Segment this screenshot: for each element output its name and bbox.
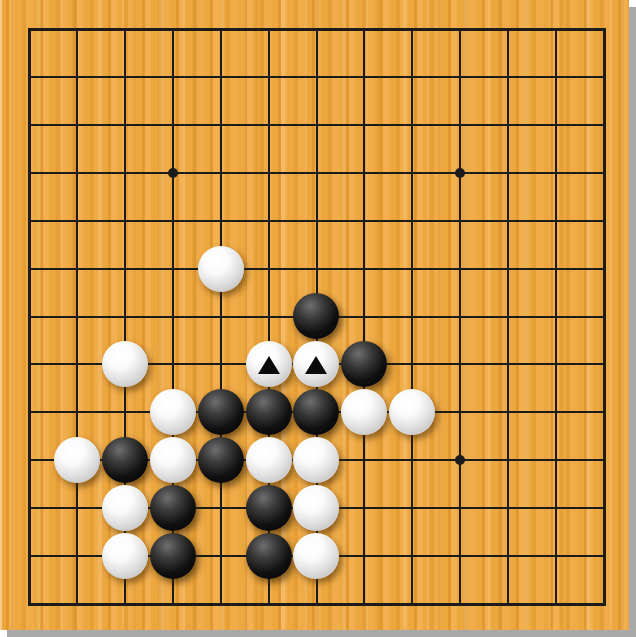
black-stone: [246, 533, 292, 579]
triangle-marker: [258, 356, 280, 374]
white-stone: [293, 533, 339, 579]
black-stone: [246, 485, 292, 531]
white-stone: [293, 437, 339, 483]
white-stone: [293, 485, 339, 531]
stones-layer: [5, 5, 628, 628]
white-stone: [102, 533, 148, 579]
black-stone: [246, 389, 292, 435]
white-stone: [341, 389, 387, 435]
black-stone: [198, 389, 244, 435]
black-stone: [150, 485, 196, 531]
black-stone: [102, 437, 148, 483]
white-stone: [150, 437, 196, 483]
black-stone: [293, 389, 339, 435]
white-stone: [198, 246, 244, 292]
white-stone: [389, 389, 435, 435]
white-stone: [54, 437, 100, 483]
triangle-marker: [305, 356, 327, 374]
go-board[interactable]: [0, 0, 629, 630]
black-stone: [150, 533, 196, 579]
white-stone: [246, 437, 292, 483]
white-stone: [246, 341, 292, 387]
white-stone: [102, 485, 148, 531]
white-stone: [102, 341, 148, 387]
white-stone: [293, 341, 339, 387]
page-root: [0, 0, 636, 637]
white-stone: [150, 389, 196, 435]
black-stone: [341, 341, 387, 387]
black-stone: [293, 293, 339, 339]
black-stone: [198, 437, 244, 483]
